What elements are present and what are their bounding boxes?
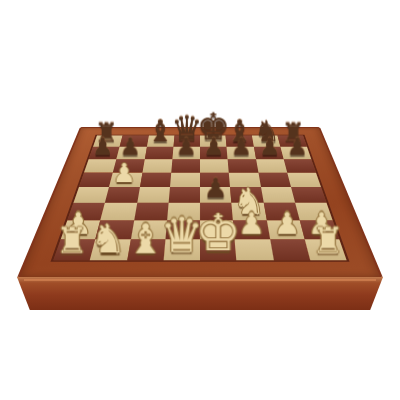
black-bishop-c8: ♝ <box>147 116 174 146</box>
board-scene: ♜♝♛♚♝♞♜♟♟♟♟♟♟♟♟♟♞♟♟♟♟♜♞♝♛♚♜ <box>17 127 384 279</box>
square-d3 <box>167 203 200 220</box>
square-b5: ♟ <box>109 173 142 187</box>
square-e5 <box>200 173 230 187</box>
square-e1: ♚ <box>200 239 237 260</box>
square-d4 <box>168 187 200 203</box>
square-f7: ♟ <box>227 147 256 159</box>
square-c1: ♝ <box>127 239 165 260</box>
square-f5 <box>229 173 261 187</box>
square-g6 <box>256 159 287 172</box>
square-c3 <box>134 203 169 220</box>
square-g4 <box>261 187 295 203</box>
square-b6 <box>113 159 144 172</box>
square-h4 <box>291 187 327 203</box>
black-queen-d8: ♛ <box>171 111 203 146</box>
square-h3 <box>295 203 333 220</box>
square-f8: ♝ <box>226 135 254 146</box>
square-e4: ♟ <box>200 187 232 203</box>
square-h8: ♜ <box>277 135 307 146</box>
square-e8: ♚ <box>200 135 227 146</box>
square-e3 <box>200 203 233 220</box>
square-e7: ♟ <box>200 147 228 159</box>
square-g5 <box>258 173 291 187</box>
square-f2: ♟ <box>233 220 269 239</box>
square-d2 <box>165 220 200 239</box>
square-h7: ♟ <box>280 147 311 159</box>
square-a6 <box>84 159 116 172</box>
white-bishop-c1: ♝ <box>127 218 164 259</box>
square-b3 <box>101 203 137 220</box>
square-f1 <box>235 239 273 260</box>
square-a4 <box>73 187 109 203</box>
square-a5 <box>79 173 113 187</box>
black-rook-a8: ♜ <box>95 120 119 146</box>
square-g3 <box>263 203 299 220</box>
square-c4 <box>137 187 170 203</box>
square-b4 <box>105 187 139 203</box>
black-king-e8: ♚ <box>197 109 230 146</box>
square-c6 <box>142 159 172 172</box>
square-d5 <box>170 173 200 187</box>
square-a2: ♟ <box>61 220 101 239</box>
square-a8: ♜ <box>93 135 123 146</box>
square-f4 <box>230 187 263 203</box>
square-d8: ♛ <box>173 135 200 146</box>
square-g8: ♞ <box>252 135 281 146</box>
square-d1: ♛ <box>163 239 200 260</box>
square-c7 <box>144 147 173 159</box>
square-c8: ♝ <box>147 135 175 146</box>
square-h2: ♟ <box>299 220 339 239</box>
square-g7: ♟ <box>253 147 283 159</box>
square-f6 <box>228 159 258 172</box>
square-a3 <box>67 203 105 220</box>
square-b7: ♟ <box>117 147 147 159</box>
black-rook-h8: ♜ <box>282 120 306 146</box>
square-a7: ♟ <box>89 147 120 159</box>
square-f3: ♞ <box>232 203 267 220</box>
square-b1: ♞ <box>90 239 130 260</box>
square-g1 <box>270 239 310 260</box>
chess-set-photo: ♜♝♛♚♝♞♜♟♟♟♟♟♟♟♟♟♞♟♟♟♟♜♞♝♛♚♜ <box>0 0 400 400</box>
black-bishop-f8: ♝ <box>227 116 254 146</box>
square-h6 <box>283 159 315 172</box>
square-e2 <box>200 220 235 239</box>
square-h1: ♜ <box>304 239 346 260</box>
square-h5 <box>287 173 321 187</box>
square-b2 <box>96 220 134 239</box>
square-c5 <box>140 173 172 187</box>
square-a1: ♜ <box>53 239 95 260</box>
square-e6 <box>200 159 229 172</box>
square-c2 <box>130 220 166 239</box>
chess-board: ♜♝♛♚♝♞♜♟♟♟♟♟♟♟♟♟♞♟♟♟♟♜♞♝♛♚♜ <box>50 135 349 262</box>
square-b8 <box>120 135 149 146</box>
black-knight-g8: ♞ <box>254 117 280 146</box>
square-g2: ♟ <box>266 220 304 239</box>
square-d7: ♟ <box>172 147 200 159</box>
square-d6 <box>171 159 200 172</box>
board-frame: ♜♝♛♚♝♞♜♟♟♟♟♟♟♟♟♟♞♟♟♟♟♜♞♝♛♚♜ <box>17 127 384 279</box>
board-front-edge <box>17 277 383 310</box>
